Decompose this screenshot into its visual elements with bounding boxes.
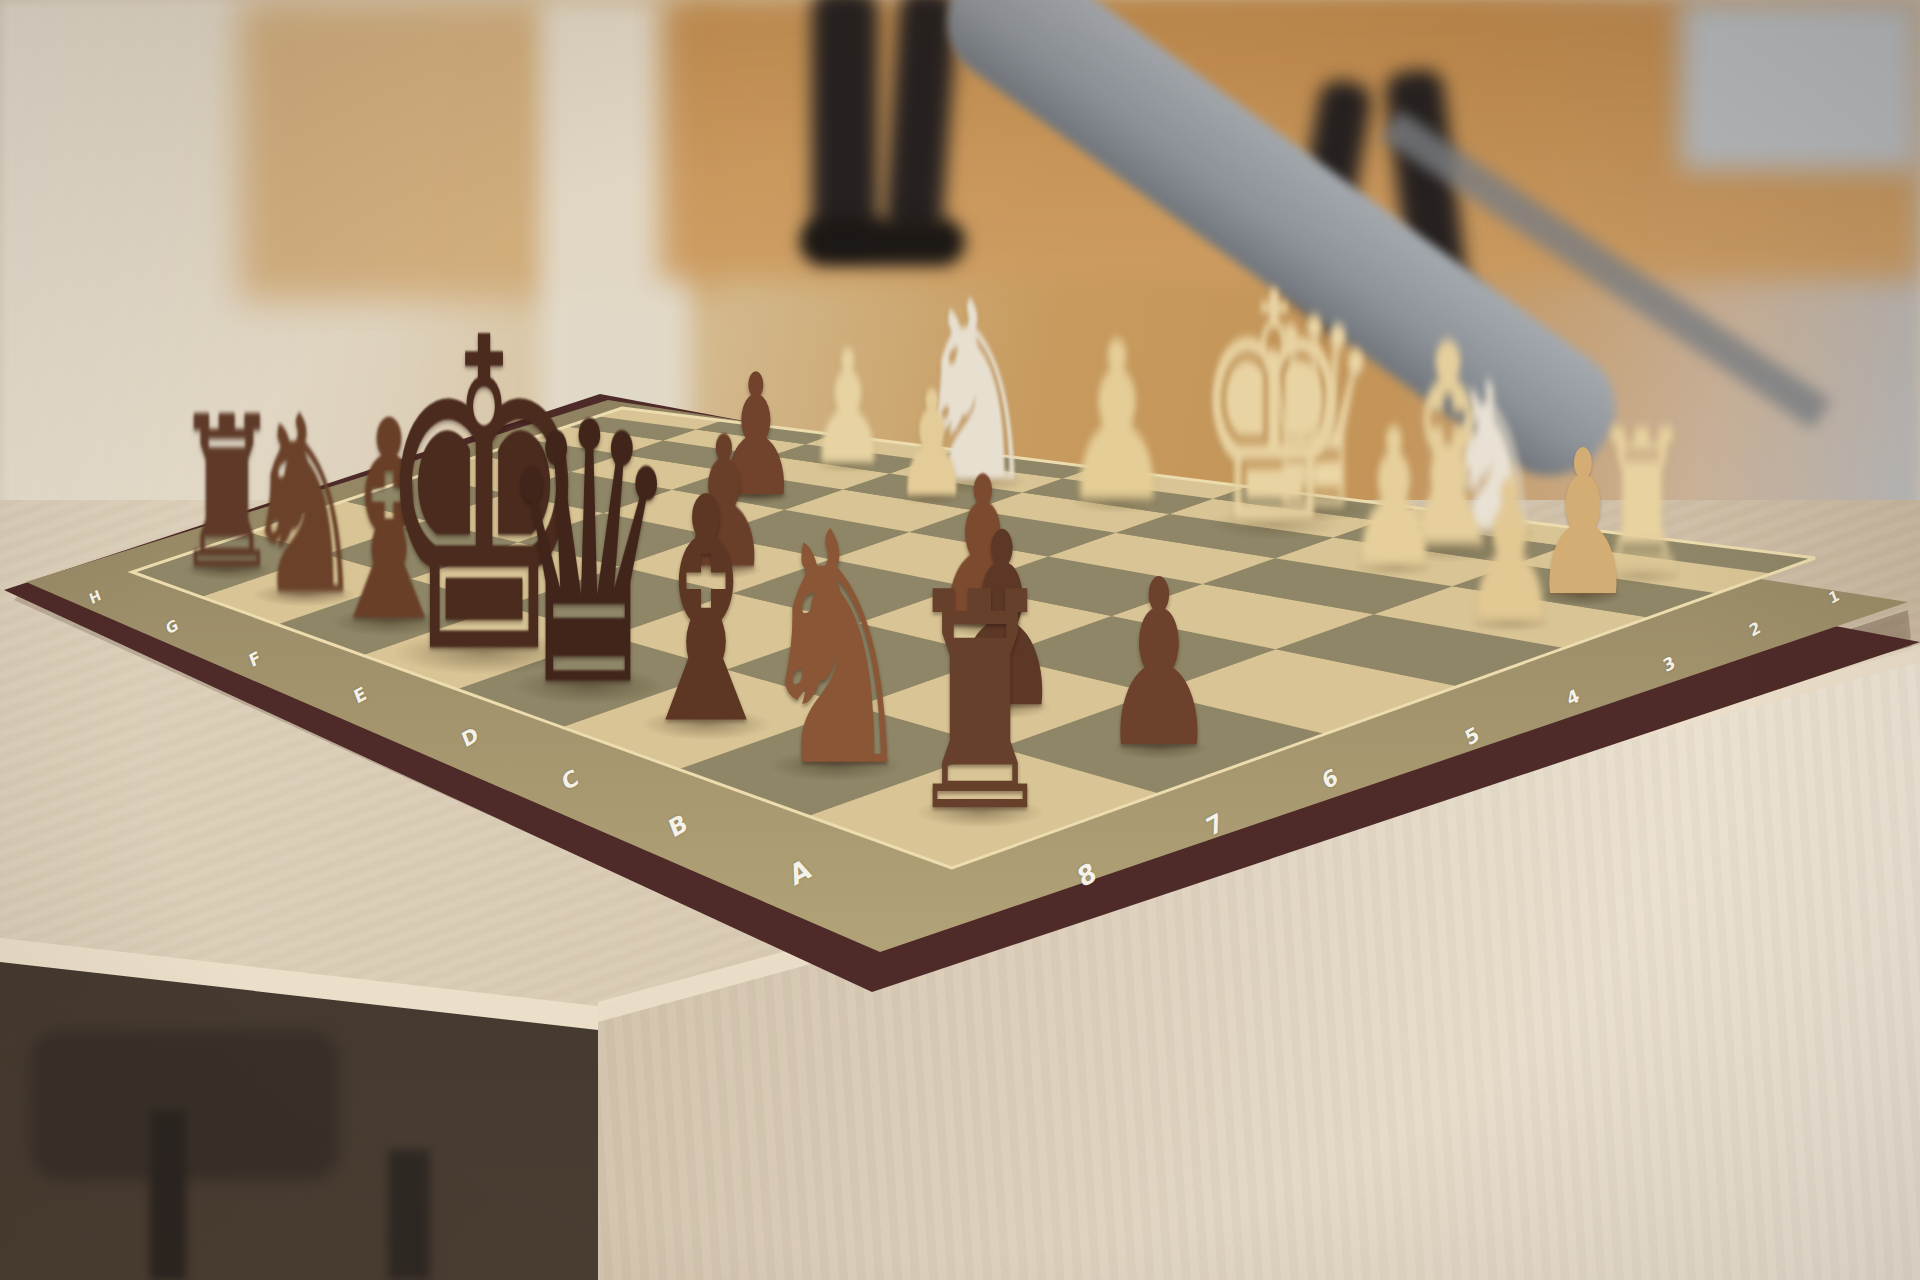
- white-pawn-f2: ♟: [809, 329, 888, 487]
- white-pawn-d2: ♟: [1062, 313, 1172, 533]
- white-pawn-a4: ♟: [1461, 454, 1559, 650]
- white-king-c2: ♚: [1195, 253, 1353, 568]
- white-pawn-b3: ♟: [1346, 404, 1441, 594]
- black-rook-a8: ♜: [904, 554, 1055, 854]
- black-pawn-a7: ♟: [1102, 550, 1217, 780]
- black-knight-b8: ♞: [755, 491, 916, 811]
- chess-pieces-layer: ♟♞♟♟♟♛♚♞♝♟♟♜♜♞♟♝♟♟♚♛♟♝♟♞♜: [0, 0, 1920, 1280]
- photo-scene: ABCDEFGH87654321 ♟♞♟♟♟♛♚♞♝♟♟♜♜♞♟♝♟♟♚♛♟♝♟…: [0, 0, 1920, 1280]
